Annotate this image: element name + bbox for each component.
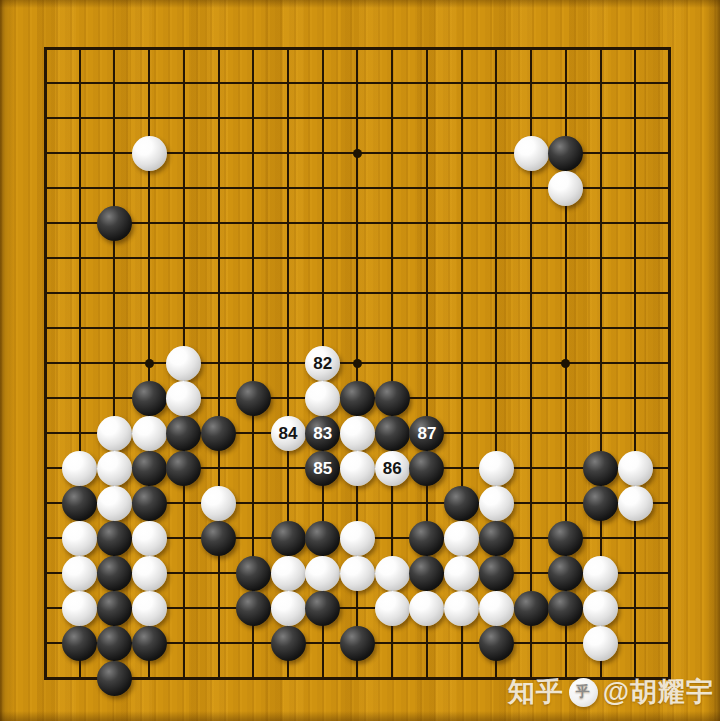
stone-white: [479, 451, 514, 486]
stone-white: [444, 591, 479, 626]
go-diagram: 828483878586 知乎 乎 @胡耀宇: [0, 0, 720, 721]
stone-black: [548, 556, 583, 591]
stone-black: [132, 381, 167, 416]
stone-white: [479, 486, 514, 521]
stone-black: [236, 591, 271, 626]
stone-white: [271, 556, 306, 591]
stone-black-move-83: 83: [305, 416, 340, 451]
stone-white: [340, 416, 375, 451]
stone-black: [97, 206, 132, 241]
stone-black: [97, 521, 132, 556]
stone-white-move-84: 84: [271, 416, 306, 451]
stone-black-move-87: 87: [409, 416, 444, 451]
stone-white: [62, 591, 97, 626]
stone-white: [479, 591, 514, 626]
stone-black: [236, 381, 271, 416]
stone-black: [166, 416, 201, 451]
go-board: 828483878586: [0, 0, 720, 721]
stone-white: [62, 556, 97, 591]
stone-white: [132, 521, 167, 556]
stone-black: [548, 136, 583, 171]
stone-black: [201, 521, 236, 556]
stone-black: [583, 451, 618, 486]
stone-white-move-86: 86: [375, 451, 410, 486]
watermark-site-name: 知乎: [508, 674, 564, 710]
stone-black: [375, 416, 410, 451]
stone-white: [340, 451, 375, 486]
stone-black: [340, 626, 375, 661]
stone-black: [132, 626, 167, 661]
stone-white: [97, 451, 132, 486]
stone-black: [409, 451, 444, 486]
stone-black: [271, 521, 306, 556]
stone-black: [62, 486, 97, 521]
stone-black: [340, 381, 375, 416]
stone-black: [62, 626, 97, 661]
stone-white: [444, 521, 479, 556]
star-point: [145, 359, 154, 368]
stone-black: [201, 416, 236, 451]
stone-white: [305, 556, 340, 591]
stone-white: [583, 591, 618, 626]
stone-white: [340, 556, 375, 591]
stone-white: [62, 521, 97, 556]
stone-black: [444, 486, 479, 521]
stone-black: [97, 591, 132, 626]
stone-black: [97, 626, 132, 661]
stone-white: [583, 556, 618, 591]
stone-white: [583, 626, 618, 661]
zhihu-logo-glyph: 乎: [576, 683, 591, 701]
stone-black: [375, 381, 410, 416]
star-point: [561, 359, 570, 368]
watermark: 知乎 乎 @胡耀宇: [508, 674, 714, 710]
stone-white: [132, 416, 167, 451]
zhihu-logo-icon: 乎: [569, 678, 598, 707]
stone-white: [166, 381, 201, 416]
stone-black: [305, 591, 340, 626]
grid-line-vertical: [634, 47, 636, 680]
stone-black: [409, 521, 444, 556]
stone-black: [132, 486, 167, 521]
stone-white: [618, 486, 653, 521]
stone-white: [97, 486, 132, 521]
stone-black: [97, 661, 132, 696]
watermark-author-handle: @胡耀宇: [603, 674, 714, 710]
stone-white: [201, 486, 236, 521]
stone-black: [548, 521, 583, 556]
stone-black: [409, 556, 444, 591]
stone-black: [305, 521, 340, 556]
stone-white: [618, 451, 653, 486]
stone-white: [62, 451, 97, 486]
stone-black: [548, 591, 583, 626]
stone-white: [375, 556, 410, 591]
stone-white: [340, 521, 375, 556]
stone-black: [132, 451, 167, 486]
stone-white: [132, 556, 167, 591]
stone-white: [97, 416, 132, 451]
stone-black-move-85: 85: [305, 451, 340, 486]
stone-white: [271, 591, 306, 626]
stone-white: [548, 171, 583, 206]
stone-white: [132, 136, 167, 171]
grid-line-vertical: [668, 47, 671, 680]
star-point: [353, 359, 362, 368]
stone-black: [479, 521, 514, 556]
stone-white-move-82: 82: [305, 346, 340, 381]
stone-black: [514, 591, 549, 626]
stone-white: [409, 591, 444, 626]
stone-black: [236, 556, 271, 591]
stone-white: [305, 381, 340, 416]
stone-black: [271, 626, 306, 661]
stone-black: [166, 451, 201, 486]
stone-black: [97, 556, 132, 591]
star-point: [353, 149, 362, 158]
stone-black: [583, 486, 618, 521]
stone-white: [166, 346, 201, 381]
stone-white: [375, 591, 410, 626]
stone-black: [479, 626, 514, 661]
stone-white: [444, 556, 479, 591]
stone-white: [132, 591, 167, 626]
stone-white: [514, 136, 549, 171]
stone-black: [479, 556, 514, 591]
